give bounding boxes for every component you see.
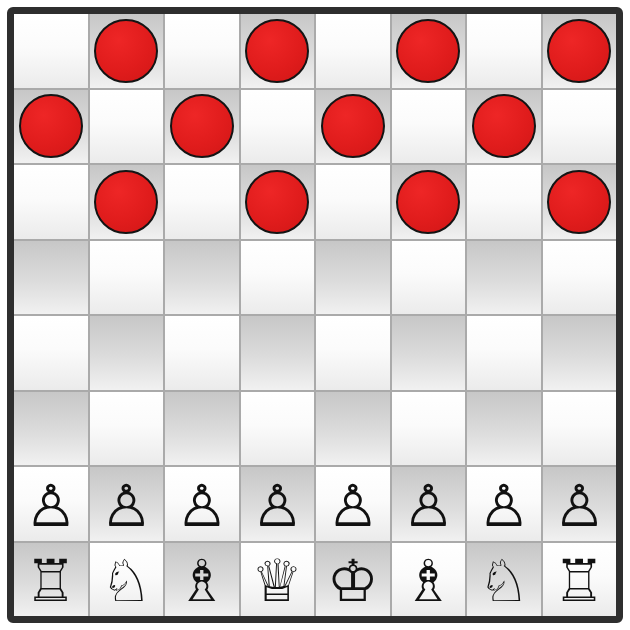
square-g4[interactable] [467, 316, 541, 390]
square-e8[interactable] [316, 14, 390, 88]
game-board: ♙♙♙♙♙♙♙♙♖♘♗♕♔♗♘♖ [14, 14, 616, 616]
square-h6[interactable] [543, 165, 617, 239]
white-pawn: ♙ [478, 477, 530, 535]
red-checker [170, 94, 234, 158]
white-pawn: ♙ [553, 477, 605, 535]
square-h8[interactable] [543, 14, 617, 88]
red-checker [547, 19, 611, 83]
red-checker [472, 94, 536, 158]
square-h1[interactable]: ♖ [543, 543, 617, 617]
square-d2[interactable]: ♙ [241, 467, 315, 541]
white-king: ♔ [327, 552, 379, 610]
square-f7[interactable] [392, 90, 466, 164]
square-g1[interactable]: ♘ [467, 543, 541, 617]
square-e3[interactable] [316, 392, 390, 466]
square-h2[interactable]: ♙ [543, 467, 617, 541]
square-d5[interactable] [241, 241, 315, 315]
square-d3[interactable] [241, 392, 315, 466]
square-d1[interactable]: ♕ [241, 543, 315, 617]
game-board-frame: ♙♙♙♙♙♙♙♙♖♘♗♕♔♗♘♖ [7, 7, 623, 623]
square-a7[interactable] [14, 90, 88, 164]
white-knight: ♘ [478, 552, 530, 610]
red-checker [321, 94, 385, 158]
red-checker [245, 19, 309, 83]
square-e2[interactable]: ♙ [316, 467, 390, 541]
square-f8[interactable] [392, 14, 466, 88]
square-a5[interactable] [14, 241, 88, 315]
red-checker [245, 170, 309, 234]
square-g3[interactable] [467, 392, 541, 466]
white-knight: ♘ [100, 552, 152, 610]
square-e5[interactable] [316, 241, 390, 315]
red-checker [94, 170, 158, 234]
white-pawn: ♙ [402, 477, 454, 535]
square-h4[interactable] [543, 316, 617, 390]
white-pawn: ♙ [251, 477, 303, 535]
white-pawn: ♙ [176, 477, 228, 535]
red-checker [396, 19, 460, 83]
square-a8[interactable] [14, 14, 88, 88]
white-rook: ♖ [553, 552, 605, 610]
red-checker [547, 170, 611, 234]
square-b3[interactable] [90, 392, 164, 466]
square-a1[interactable]: ♖ [14, 543, 88, 617]
square-b5[interactable] [90, 241, 164, 315]
square-g2[interactable]: ♙ [467, 467, 541, 541]
white-pawn: ♙ [100, 477, 152, 535]
square-c3[interactable] [165, 392, 239, 466]
square-c4[interactable] [165, 316, 239, 390]
square-e7[interactable] [316, 90, 390, 164]
square-a2[interactable]: ♙ [14, 467, 88, 541]
square-h7[interactable] [543, 90, 617, 164]
square-c1[interactable]: ♗ [165, 543, 239, 617]
square-b7[interactable] [90, 90, 164, 164]
square-c6[interactable] [165, 165, 239, 239]
red-checker [19, 94, 83, 158]
square-c8[interactable] [165, 14, 239, 88]
square-c5[interactable] [165, 241, 239, 315]
square-g5[interactable] [467, 241, 541, 315]
square-h5[interactable] [543, 241, 617, 315]
square-f6[interactable] [392, 165, 466, 239]
square-d8[interactable] [241, 14, 315, 88]
square-b8[interactable] [90, 14, 164, 88]
square-a6[interactable] [14, 165, 88, 239]
square-c7[interactable] [165, 90, 239, 164]
white-pawn: ♙ [25, 477, 77, 535]
square-g8[interactable] [467, 14, 541, 88]
square-g7[interactable] [467, 90, 541, 164]
square-b2[interactable]: ♙ [90, 467, 164, 541]
square-a4[interactable] [14, 316, 88, 390]
square-d4[interactable] [241, 316, 315, 390]
square-f3[interactable] [392, 392, 466, 466]
white-pawn: ♙ [327, 477, 379, 535]
square-e6[interactable] [316, 165, 390, 239]
square-f4[interactable] [392, 316, 466, 390]
square-e4[interactable] [316, 316, 390, 390]
square-a3[interactable] [14, 392, 88, 466]
square-f5[interactable] [392, 241, 466, 315]
square-d7[interactable] [241, 90, 315, 164]
square-c2[interactable]: ♙ [165, 467, 239, 541]
square-e1[interactable]: ♔ [316, 543, 390, 617]
square-d6[interactable] [241, 165, 315, 239]
square-b6[interactable] [90, 165, 164, 239]
square-h3[interactable] [543, 392, 617, 466]
square-b1[interactable]: ♘ [90, 543, 164, 617]
white-queen: ♕ [251, 552, 303, 610]
white-bishop: ♗ [402, 552, 454, 610]
square-f1[interactable]: ♗ [392, 543, 466, 617]
square-f2[interactable]: ♙ [392, 467, 466, 541]
white-bishop: ♗ [176, 552, 228, 610]
white-rook: ♖ [25, 552, 77, 610]
red-checker [94, 19, 158, 83]
square-b4[interactable] [90, 316, 164, 390]
red-checker [396, 170, 460, 234]
square-g6[interactable] [467, 165, 541, 239]
